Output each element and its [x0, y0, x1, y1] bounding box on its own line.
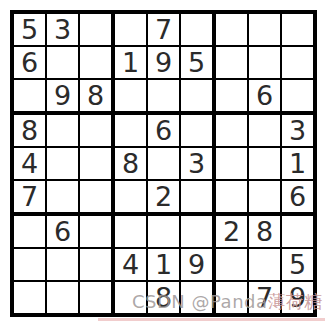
given-digit: 6	[289, 183, 306, 210]
given-digit: 3	[188, 150, 205, 177]
given-digit: 9	[54, 82, 71, 109]
cell-r2c6: 5	[181, 47, 216, 80]
cell-r2c5: 9	[148, 47, 181, 80]
cell-r2c2	[47, 47, 80, 80]
cell-r1c7	[216, 14, 249, 47]
cell-r1c3	[80, 14, 115, 47]
cell-r6c9: 6	[282, 181, 313, 216]
cell-r1c8	[249, 14, 282, 47]
given-digit: 5	[289, 251, 306, 278]
cell-r8c1	[14, 249, 47, 282]
given-digit: 4	[122, 251, 139, 278]
given-digit: 8	[155, 284, 172, 311]
given-digit: 8	[256, 218, 273, 245]
cell-r6c5: 2	[148, 181, 181, 216]
cell-r2c3	[80, 47, 115, 80]
cell-r8c6: 9	[181, 249, 216, 282]
cell-r5c7	[216, 148, 249, 181]
cell-r3c5	[148, 80, 181, 115]
cell-r3c1	[14, 80, 47, 115]
cell-r1c6	[181, 14, 216, 47]
given-digit: 6	[54, 218, 71, 245]
given-digit: 3	[54, 16, 71, 43]
cell-r1c1: 5	[14, 14, 47, 47]
given-digit: 2	[155, 183, 172, 210]
cell-r9c1	[14, 282, 47, 313]
given-digit: 7	[155, 16, 172, 43]
cell-r5c2	[47, 148, 80, 181]
cell-r1c2: 3	[47, 14, 80, 47]
cell-r3c2: 9	[47, 80, 80, 115]
cell-r2c7	[216, 47, 249, 80]
cell-r1c5: 7	[148, 14, 181, 47]
cell-r9c8: 7	[249, 282, 282, 313]
given-digit: 6	[256, 82, 273, 109]
cell-r8c7	[216, 249, 249, 282]
cell-r4c9: 3	[282, 115, 313, 148]
cell-r3c9	[282, 80, 313, 115]
cell-r4c8	[249, 115, 282, 148]
cell-r7c5	[148, 216, 181, 249]
sudoku-screenshot: 537619598686348317266284195879 CSDN @Pan…	[0, 0, 325, 321]
given-digit: 7	[21, 183, 38, 210]
cell-r3c7	[216, 80, 249, 115]
cell-r7c4	[115, 216, 148, 249]
cell-r9c2	[47, 282, 80, 313]
cell-r4c5: 6	[148, 115, 181, 148]
cell-r6c3	[80, 181, 115, 216]
cell-r9c7	[216, 282, 249, 313]
given-digit: 9	[155, 49, 172, 76]
cell-r6c8	[249, 181, 282, 216]
given-digit: 9	[188, 251, 205, 278]
given-digit: 8	[21, 117, 38, 144]
given-digit: 6	[21, 49, 38, 76]
given-digit: 4	[21, 150, 38, 177]
cell-r7c2: 6	[47, 216, 80, 249]
cell-r7c6	[181, 216, 216, 249]
given-digit: 5	[188, 49, 205, 76]
given-digit: 8	[87, 82, 104, 109]
cell-r7c1	[14, 216, 47, 249]
cell-r6c4	[115, 181, 148, 216]
cell-r7c8: 8	[249, 216, 282, 249]
cell-r3c8: 6	[249, 80, 282, 115]
given-digit: 1	[155, 251, 172, 278]
given-digit: 7	[256, 284, 273, 311]
cell-r8c8	[249, 249, 282, 282]
cell-r3c4	[115, 80, 148, 115]
cell-r8c2	[47, 249, 80, 282]
cell-r2c9	[282, 47, 313, 80]
cell-r6c2	[47, 181, 80, 216]
given-digit: 2	[223, 218, 240, 245]
cell-r6c6	[181, 181, 216, 216]
cell-r9c6	[181, 282, 216, 313]
cell-r4c2	[47, 115, 80, 148]
cell-r4c6	[181, 115, 216, 148]
cell-r4c7	[216, 115, 249, 148]
given-digit: 3	[289, 117, 306, 144]
cell-r8c5: 1	[148, 249, 181, 282]
cell-r8c9: 5	[282, 249, 313, 282]
cell-r9c9: 9	[282, 282, 313, 313]
cell-r4c1: 8	[14, 115, 47, 148]
given-digit: 6	[155, 117, 172, 144]
cell-r2c8	[249, 47, 282, 80]
cell-r6c7	[216, 181, 249, 216]
cell-r7c7: 2	[216, 216, 249, 249]
cell-r5c8	[249, 148, 282, 181]
cell-r2c4: 1	[115, 47, 148, 80]
cell-r4c4	[115, 115, 148, 148]
cell-r5c6: 3	[181, 148, 216, 181]
cell-r8c3	[80, 249, 115, 282]
cell-r3c3: 8	[80, 80, 115, 115]
cell-r5c3	[80, 148, 115, 181]
cell-r1c4	[115, 14, 148, 47]
cell-r5c1: 4	[14, 148, 47, 181]
cell-r7c9	[282, 216, 313, 249]
cell-r7c3	[80, 216, 115, 249]
given-digit: 5	[21, 16, 38, 43]
cell-r4c3	[80, 115, 115, 148]
cell-r5c5	[148, 148, 181, 181]
given-digit: 9	[289, 284, 306, 311]
cell-r6c1: 7	[14, 181, 47, 216]
cell-r5c4: 8	[115, 148, 148, 181]
cell-r9c5: 8	[148, 282, 181, 313]
cell-r9c3	[80, 282, 115, 313]
given-digit: 8	[122, 150, 139, 177]
cell-r1c9	[282, 14, 313, 47]
cell-r8c4: 4	[115, 249, 148, 282]
given-digit: 1	[122, 49, 139, 76]
cell-r5c9: 1	[282, 148, 313, 181]
cell-r2c1: 6	[14, 47, 47, 80]
cell-r9c4	[115, 282, 148, 313]
given-digit: 1	[289, 150, 306, 177]
sudoku-board: 537619598686348317266284195879	[10, 10, 317, 317]
cell-r3c6	[181, 80, 216, 115]
